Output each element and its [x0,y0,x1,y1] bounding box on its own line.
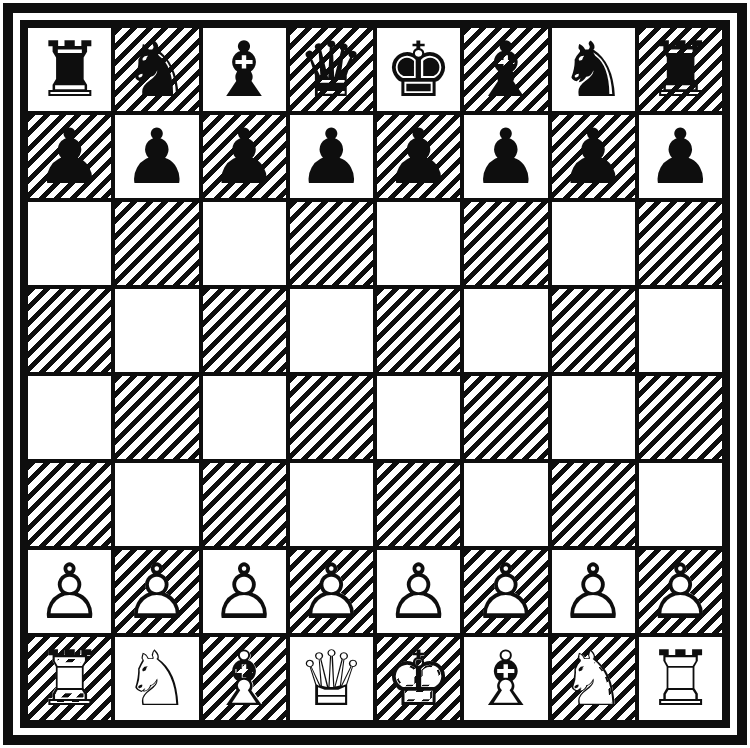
board-outer-frame: ♜♞♝♛♚♝♞♜♟♟♟♟♟♟♟♟♟♙♟♙♟♙♟♙♟♙♟♙♟♙♟♙♜♖♞♘♝♗♛♕… [3,3,747,745]
square-c8[interactable]: ♝ [203,28,286,111]
square-e8[interactable]: ♚ [377,28,460,111]
square-d8[interactable]: ♛ [290,28,373,111]
black-rook-piece: ♜ [28,28,111,111]
square-b5[interactable] [115,289,198,372]
white-rook-piece: ♜♖ [639,637,722,720]
square-g8[interactable]: ♞ [552,28,635,111]
square-e3[interactable] [377,463,460,546]
square-c3[interactable] [203,463,286,546]
square-d2[interactable]: ♟♙ [290,550,373,633]
square-d5[interactable] [290,289,373,372]
black-queen-piece: ♛ [290,28,373,111]
page: ♜♞♝♛♚♝♞♜♟♟♟♟♟♟♟♟♟♙♟♙♟♙♟♙♟♙♟♙♟♙♟♙♜♖♞♘♝♗♛♕… [0,0,750,748]
square-f8[interactable]: ♝ [464,28,547,111]
square-g1[interactable]: ♞♘ [552,637,635,720]
white-piece-outline: ♔ [377,637,460,720]
white-pawn-piece: ♟♙ [464,550,547,633]
white-piece-outline: ♙ [290,550,373,633]
square-b3[interactable] [115,463,198,546]
black-bishop-piece: ♝ [464,28,547,111]
square-d6[interactable] [290,202,373,285]
black-pawn-piece: ♟ [290,115,373,198]
white-piece-outline: ♙ [464,550,547,633]
black-pawn-piece: ♟ [377,115,460,198]
black-pawn-piece: ♟ [639,115,722,198]
square-f5[interactable] [464,289,547,372]
black-rook-piece: ♜ [639,28,722,111]
square-h7[interactable]: ♟ [639,115,722,198]
white-pawn-piece: ♟♙ [290,550,373,633]
square-a7[interactable]: ♟ [28,115,111,198]
black-pawn-piece: ♟ [552,115,635,198]
square-a5[interactable] [28,289,111,372]
black-king-piece: ♚ [377,28,460,111]
square-e7[interactable]: ♟ [377,115,460,198]
white-piece-outline: ♙ [28,550,111,633]
square-g2[interactable]: ♟♙ [552,550,635,633]
white-piece-outline: ♖ [28,637,111,720]
square-b6[interactable] [115,202,198,285]
white-piece-outline: ♕ [290,637,373,720]
square-e4[interactable] [377,376,460,459]
square-f6[interactable] [464,202,547,285]
square-h5[interactable] [639,289,722,372]
square-d3[interactable] [290,463,373,546]
square-g4[interactable] [552,376,635,459]
white-piece-outline: ♙ [552,550,635,633]
square-a4[interactable] [28,376,111,459]
square-c5[interactable] [203,289,286,372]
square-a8[interactable]: ♜ [28,28,111,111]
square-e1[interactable]: ♚♔ [377,637,460,720]
black-bishop-piece: ♝ [203,28,286,111]
white-piece-outline: ♙ [377,550,460,633]
square-h6[interactable] [639,202,722,285]
square-f7[interactable]: ♟ [464,115,547,198]
square-g7[interactable]: ♟ [552,115,635,198]
white-pawn-piece: ♟♙ [377,550,460,633]
square-c7[interactable]: ♟ [203,115,286,198]
square-e5[interactable] [377,289,460,372]
white-pawn-piece: ♟♙ [115,550,198,633]
black-pawn-piece: ♟ [203,115,286,198]
white-pawn-piece: ♟♙ [203,550,286,633]
white-piece-outline: ♙ [639,550,722,633]
square-h3[interactable] [639,463,722,546]
square-d7[interactable]: ♟ [290,115,373,198]
square-a3[interactable] [28,463,111,546]
white-piece-outline: ♘ [552,637,635,720]
white-bishop-piece: ♝♗ [464,637,547,720]
square-c6[interactable] [203,202,286,285]
white-piece-outline: ♙ [203,550,286,633]
square-h4[interactable] [639,376,722,459]
square-c4[interactable] [203,376,286,459]
square-b4[interactable] [115,376,198,459]
square-a6[interactable] [28,202,111,285]
square-a1[interactable]: ♜♖ [28,637,111,720]
square-c2[interactable]: ♟♙ [203,550,286,633]
white-pawn-piece: ♟♙ [552,550,635,633]
square-h1[interactable]: ♜♖ [639,637,722,720]
square-a2[interactable]: ♟♙ [28,550,111,633]
square-f4[interactable] [464,376,547,459]
white-king-piece: ♚♔ [377,637,460,720]
black-knight-piece: ♞ [552,28,635,111]
white-rook-piece: ♜♖ [28,637,111,720]
board-inner-frame: ♜♞♝♛♚♝♞♜♟♟♟♟♟♟♟♟♟♙♟♙♟♙♟♙♟♙♟♙♟♙♟♙♜♖♞♘♝♗♛♕… [20,20,730,728]
square-f1[interactable]: ♝♗ [464,637,547,720]
white-knight-piece: ♞♘ [115,637,198,720]
square-f2[interactable]: ♟♙ [464,550,547,633]
square-b1[interactable]: ♞♘ [115,637,198,720]
white-piece-outline: ♙ [115,550,198,633]
square-g6[interactable] [552,202,635,285]
white-piece-outline: ♗ [464,637,547,720]
white-piece-outline: ♗ [203,637,286,720]
square-e6[interactable] [377,202,460,285]
square-b8[interactable]: ♞ [115,28,198,111]
square-c1[interactable]: ♝♗ [203,637,286,720]
square-e2[interactable]: ♟♙ [377,550,460,633]
square-h2[interactable]: ♟♙ [639,550,722,633]
white-piece-outline: ♘ [115,637,198,720]
square-b2[interactable]: ♟♙ [115,550,198,633]
white-knight-piece: ♞♘ [552,637,635,720]
white-piece-outline: ♖ [639,637,722,720]
square-f3[interactable] [464,463,547,546]
square-h8[interactable]: ♜ [639,28,722,111]
black-pawn-piece: ♟ [28,115,111,198]
black-knight-piece: ♞ [115,28,198,111]
square-g5[interactable] [552,289,635,372]
square-b7[interactable]: ♟ [115,115,198,198]
white-queen-piece: ♛♕ [290,637,373,720]
square-d4[interactable] [290,376,373,459]
white-pawn-piece: ♟♙ [639,550,722,633]
square-g3[interactable] [552,463,635,546]
chess-board: ♜♞♝♛♚♝♞♜♟♟♟♟♟♟♟♟♟♙♟♙♟♙♟♙♟♙♟♙♟♙♟♙♜♖♞♘♝♗♛♕… [24,24,726,724]
black-pawn-piece: ♟ [464,115,547,198]
square-d1[interactable]: ♛♕ [290,637,373,720]
white-bishop-piece: ♝♗ [203,637,286,720]
white-pawn-piece: ♟♙ [28,550,111,633]
black-pawn-piece: ♟ [115,115,198,198]
